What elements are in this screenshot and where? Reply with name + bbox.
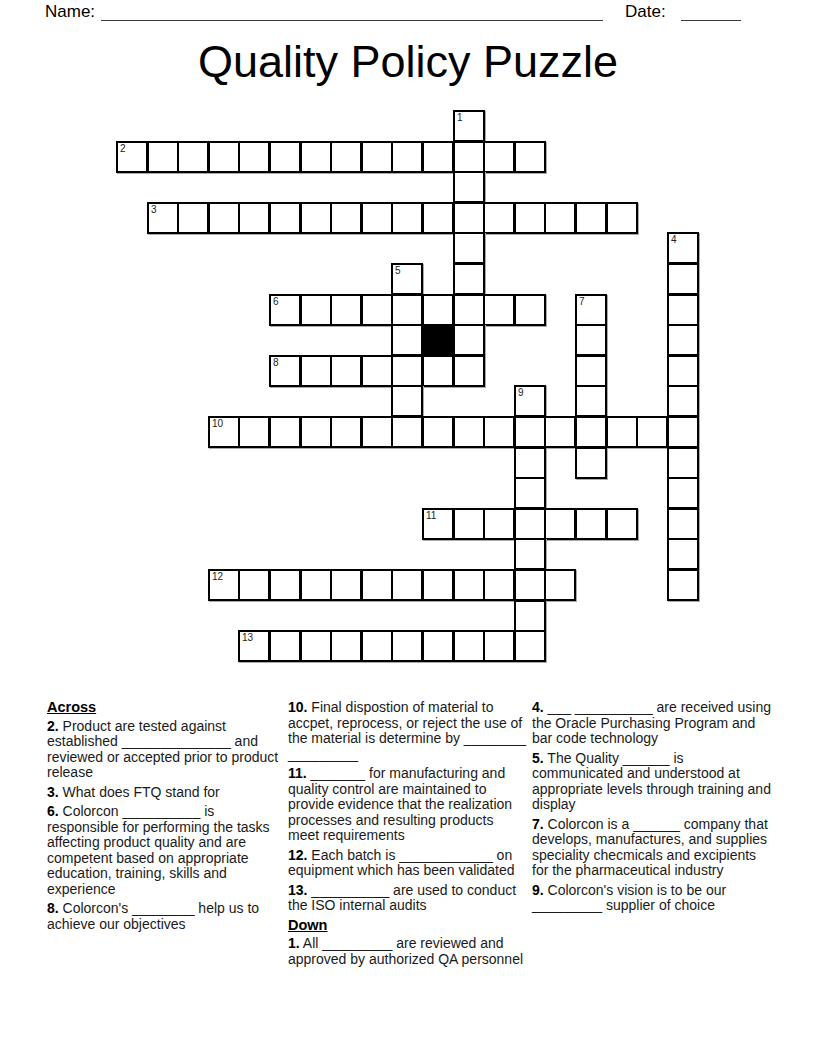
cell-r6c10[interactable] [422, 294, 454, 326]
clue-text: The Quality ______ is communicated and u… [532, 750, 771, 813]
clue-number-12: 12 [212, 571, 223, 582]
cell-r1c9[interactable] [391, 141, 423, 173]
clue-number-label: 1. [288, 935, 300, 951]
cell-r17c8[interactable] [361, 630, 393, 662]
cell-r1c5[interactable] [269, 141, 301, 173]
clue-number-9: 9 [518, 387, 524, 398]
cell-r1c11[interactable] [453, 141, 485, 173]
cell-r6c15[interactable]: 7 [575, 294, 607, 326]
cell-r10c17[interactable] [636, 416, 668, 448]
cell-r17c13[interactable] [514, 630, 546, 662]
clue-7: 7. Colorcon is a ______ company that dev… [532, 817, 774, 879]
cell-r14c18[interactable] [667, 538, 699, 570]
clue-number-3: 3 [151, 204, 157, 215]
cell-r1c13[interactable] [514, 141, 546, 173]
cell-r3c8[interactable] [361, 202, 393, 234]
cell-r10c3[interactable]: 10 [208, 416, 240, 448]
clue-number-label: 11. [288, 765, 307, 781]
cell-r3c4[interactable] [238, 202, 270, 234]
worksheet-page: Name: Date: Quality Policy Puzzle 123456… [0, 0, 816, 1056]
clue-number-label: 7. [532, 816, 544, 832]
cell-r11c15[interactable] [575, 447, 607, 479]
clue-number-label: 4. [532, 699, 544, 715]
cell-r5c9[interactable]: 5 [391, 263, 423, 295]
cell-r3c3[interactable] [208, 202, 240, 234]
page-title: Quality Policy Puzzle [0, 36, 816, 88]
cell-r15c8[interactable] [361, 569, 393, 601]
clue-number-10: 10 [212, 418, 223, 429]
cell-r13c18[interactable] [667, 508, 699, 540]
cell-r17c12[interactable] [483, 630, 515, 662]
clue-number-6: 6 [273, 296, 279, 307]
clue-number-label: 3. [47, 784, 59, 800]
clue-1: 1. All _________ are reviewed and approv… [288, 936, 528, 967]
date-blank-line [681, 6, 741, 21]
cell-r3c10[interactable] [422, 202, 454, 234]
clue-text: __________ are used to conduct the ISO i… [288, 882, 516, 914]
clue-number-8: 8 [273, 357, 279, 368]
clue-5: 5. The Quality ______ is communicated an… [532, 751, 774, 813]
cell-r1c7[interactable] [330, 141, 362, 173]
cell-r15c4[interactable] [238, 569, 270, 601]
cell-r10c11[interactable] [453, 416, 485, 448]
cell-r4c18[interactable]: 4 [667, 232, 699, 264]
blocked-cell-r7c10 [422, 324, 454, 356]
cell-r8c18[interactable] [667, 355, 699, 387]
cell-r1c12[interactable] [483, 141, 515, 173]
cell-r15c9[interactable] [391, 569, 423, 601]
cell-r3c5[interactable] [269, 202, 301, 234]
cell-r15c7[interactable] [330, 569, 362, 601]
crossword-grid: 12345678910111213 [116, 110, 700, 663]
cell-r8c15[interactable] [575, 355, 607, 387]
clue-text: Colorcon is a ______ company that develo… [532, 816, 768, 879]
cell-r1c1[interactable] [147, 141, 179, 173]
clue-text: _______ for manufacturing and quality co… [288, 765, 512, 843]
cell-r2c11[interactable] [453, 171, 485, 203]
clue-10: 10. Final dispostion of material to accp… [288, 700, 528, 762]
clue-number-label: 9. [532, 882, 544, 898]
cell-r15c6[interactable] [300, 569, 332, 601]
cell-r1c4[interactable] [238, 141, 270, 173]
clue-text: Colorcon __________ is responsible for p… [47, 803, 270, 897]
cell-r10c18[interactable] [667, 416, 699, 448]
clue-text: All _________ are reviewed and approved … [288, 935, 523, 967]
cell-r6c11[interactable] [453, 294, 485, 326]
cell-r12c18[interactable] [667, 477, 699, 509]
cell-r6c7[interactable] [330, 294, 362, 326]
cell-r15c18[interactable] [667, 569, 699, 601]
cell-r8c7[interactable] [330, 355, 362, 387]
clue-number-label: 6. [47, 803, 59, 819]
cell-r15c11[interactable] [453, 569, 485, 601]
cell-r7c11[interactable] [453, 324, 485, 356]
cell-r9c15[interactable] [575, 385, 607, 417]
cell-r17c9[interactable] [391, 630, 423, 662]
date-label: Date: [625, 2, 666, 22]
cell-r8c9[interactable] [391, 355, 423, 387]
clue-4: 4. ___ __________ are received using the… [532, 700, 774, 747]
cell-r10c12[interactable] [483, 416, 515, 448]
cell-r3c6[interactable] [300, 202, 332, 234]
cell-r17c10[interactable] [422, 630, 454, 662]
cell-r15c13[interactable] [514, 569, 546, 601]
clue-2: 2. Product are tested against establishe… [47, 719, 283, 781]
cell-r13c14[interactable] [544, 508, 576, 540]
clue-number-4: 4 [671, 234, 677, 245]
cell-r3c2[interactable] [177, 202, 209, 234]
clue-9: 9. Colorcon's vision is to be our ______… [532, 883, 774, 914]
cell-r3c14[interactable] [544, 202, 576, 234]
cell-r10c5[interactable] [269, 416, 301, 448]
cell-r13c13[interactable] [514, 508, 546, 540]
cell-r7c15[interactable] [575, 324, 607, 356]
clue-number-13: 13 [242, 632, 253, 643]
cell-r10c13[interactable] [514, 416, 546, 448]
clue-13: 13. __________ are used to conduct the I… [288, 883, 528, 914]
cell-r17c5[interactable] [269, 630, 301, 662]
cell-r4c11[interactable] [453, 232, 485, 264]
cell-r13c15[interactable] [575, 508, 607, 540]
cell-r17c4[interactable]: 13 [238, 630, 270, 662]
cell-r17c6[interactable] [300, 630, 332, 662]
clue-text: ___ __________ are received using the Or… [532, 699, 771, 746]
cell-r3c12[interactable] [483, 202, 515, 234]
clue-number-label: 2. [47, 718, 59, 734]
cell-r15c5[interactable] [269, 569, 301, 601]
clue-number-1: 1 [457, 112, 463, 123]
cell-r17c11[interactable] [453, 630, 485, 662]
clue-text: Colorcon's vision is to be our _________… [532, 882, 726, 914]
clue-text: Colorcon's ________ help us to achieve o… [47, 900, 259, 932]
cell-r1c10[interactable] [422, 141, 454, 173]
clue-number-5: 5 [395, 265, 401, 276]
cell-r3c9[interactable] [391, 202, 423, 234]
cell-r1c2[interactable] [177, 141, 209, 173]
cell-r3c16[interactable] [606, 202, 638, 234]
clue-text: What does FTQ stand for [59, 784, 220, 800]
cell-r12c13[interactable] [514, 477, 546, 509]
name-blank-line [101, 6, 603, 21]
clue-text: Final dispostion of material to accpet, … [288, 699, 526, 762]
cell-r1c8[interactable] [361, 141, 393, 173]
clue-text: Product are tested against established _… [47, 718, 278, 781]
clues-heading-down: Down [288, 918, 528, 934]
cell-r13c16[interactable] [606, 508, 638, 540]
cell-r16c13[interactable] [514, 600, 546, 632]
clue-3: 3. What does FTQ stand for [47, 785, 283, 801]
name-label: Name: [45, 2, 95, 22]
cell-r8c10[interactable] [422, 355, 454, 387]
cell-r1c6[interactable] [300, 141, 332, 173]
cell-r13c10[interactable]: 11 [422, 508, 454, 540]
clue-number-label: 12. [288, 847, 307, 863]
cell-r6c12[interactable] [483, 294, 515, 326]
cell-r8c6[interactable] [300, 355, 332, 387]
cell-r11c13[interactable] [514, 447, 546, 479]
clue-11: 11. _______ for manufacturing and qualit… [288, 766, 528, 844]
cell-r3c7[interactable] [330, 202, 362, 234]
cell-r5c11[interactable] [453, 263, 485, 295]
clue-8: 8. Colorcon's ________ help us to achiev… [47, 901, 283, 932]
cell-r6c13[interactable] [514, 294, 546, 326]
cell-r9c9[interactable] [391, 385, 423, 417]
clue-text: Each batch is ____________ on equipment … [288, 847, 515, 879]
clues-column-1: Across2. Product are tested against esta… [47, 700, 283, 936]
cell-r8c5[interactable]: 8 [269, 355, 301, 387]
cell-r3c1[interactable]: 3 [147, 202, 179, 234]
clue-number-7: 7 [579, 296, 585, 307]
cell-r10c9[interactable] [391, 416, 423, 448]
cell-r10c8[interactable] [361, 416, 393, 448]
cell-r6c6[interactable] [300, 294, 332, 326]
cell-r13c12[interactable] [483, 508, 515, 540]
clue-number-label: 13. [288, 882, 307, 898]
cell-r10c10[interactable] [422, 416, 454, 448]
cell-r1c3[interactable] [208, 141, 240, 173]
cell-r13c11[interactable] [453, 508, 485, 540]
cell-r14c13[interactable] [514, 538, 546, 570]
cell-r8c11[interactable] [453, 355, 485, 387]
clue-12: 12. Each batch is ____________ on equipm… [288, 848, 528, 879]
clue-number-label: 5. [532, 750, 544, 766]
clue-number-2: 2 [120, 143, 126, 154]
cell-r9c13[interactable]: 9 [514, 385, 546, 417]
cell-r15c12[interactable] [483, 569, 515, 601]
cell-r15c14[interactable] [544, 569, 576, 601]
cell-r6c5[interactable]: 6 [269, 294, 301, 326]
cell-r15c10[interactable] [422, 569, 454, 601]
cell-r9c18[interactable] [667, 385, 699, 417]
clue-6: 6. Colorcon __________ is responsible fo… [47, 804, 283, 897]
cell-r3c11[interactable] [453, 202, 485, 234]
cell-r10c4[interactable] [238, 416, 270, 448]
cell-r7c18[interactable] [667, 324, 699, 356]
cell-r3c13[interactable] [514, 202, 546, 234]
clues-column-2: 10. Final dispostion of material to accp… [288, 700, 528, 971]
cell-r8c8[interactable] [361, 355, 393, 387]
cell-r15c3[interactable]: 12 [208, 569, 240, 601]
cell-r5c18[interactable] [667, 263, 699, 295]
cell-r11c18[interactable] [667, 447, 699, 479]
clues-column-3: 4. ___ __________ are received using the… [532, 700, 774, 918]
cell-r6c9[interactable] [391, 294, 423, 326]
clue-number-label: 8. [47, 900, 59, 916]
cell-r3c15[interactable] [575, 202, 607, 234]
cell-r7c9[interactable] [391, 324, 423, 356]
cell-r17c7[interactable] [330, 630, 362, 662]
cell-r10c16[interactable] [606, 416, 638, 448]
cell-r0c11[interactable]: 1 [453, 110, 485, 142]
clue-number-label: 10. [288, 699, 307, 715]
clues-heading-across: Across [47, 700, 283, 716]
cell-r10c6[interactable] [300, 416, 332, 448]
cell-r10c15[interactable] [575, 416, 607, 448]
cell-r10c14[interactable] [544, 416, 576, 448]
cell-r6c18[interactable] [667, 294, 699, 326]
cell-r6c8[interactable] [361, 294, 393, 326]
clue-number-11: 11 [426, 510, 436, 521]
cell-r1c0[interactable]: 2 [116, 141, 148, 173]
cell-r10c7[interactable] [330, 416, 362, 448]
